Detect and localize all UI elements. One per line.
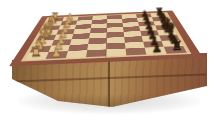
- chess-board: ♜♟♟♜♞♟♟♞♝♟♟♝♛♟♟♛♚♟♟♚♝♟♟♝♞♟♟♞♜♟♟♜: [9, 11, 203, 67]
- square-g4[interactable]: [87, 43, 106, 50]
- piece-white-pawn[interactable]: ♟: [50, 46, 61, 58]
- square-h4[interactable]: [86, 49, 106, 57]
- square-h3[interactable]: [66, 50, 87, 58]
- square-h1[interactable]: ♜: [25, 52, 48, 60]
- square-h7[interactable]: ♟: [145, 47, 167, 55]
- piece-black-pawn[interactable]: ♟: [151, 42, 162, 54]
- square-h2[interactable]: ♟: [46, 51, 68, 59]
- square-h5[interactable]: [106, 49, 126, 57]
- maple-border: ♜♟♟♜♞♟♟♞♝♟♟♝♛♟♟♛♚♟♟♚♝♟♟♝♞♟♟♞♜♟♟♜: [21, 12, 192, 61]
- square-h6[interactable]: [126, 48, 147, 56]
- chess-set-product-photo: ♜♟♟♜♞♟♟♞♝♟♟♝♛♟♟♛♚♟♟♚♝♟♟♝♞♟♟♞♜♟♟♜: [0, 0, 210, 122]
- board-scene: ♜♟♟♜♞♟♟♞♝♟♟♝♛♟♟♛♚♟♟♚♝♟♟♝♞♟♟♞♜♟♟♜: [0, 0, 210, 122]
- piece-black-rook[interactable]: ♜: [170, 40, 182, 53]
- square-h8[interactable]: ♜: [164, 46, 187, 54]
- piece-white-rook[interactable]: ♜: [29, 46, 41, 59]
